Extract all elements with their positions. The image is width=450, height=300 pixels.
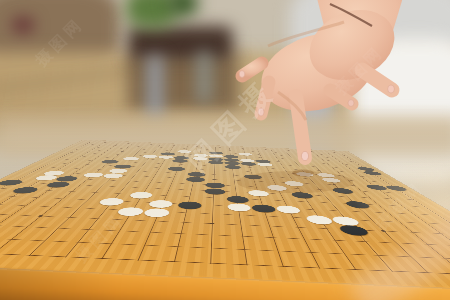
star-point (210, 223, 214, 225)
white-stone[interactable]: ● (191, 156, 208, 160)
white-stone[interactable]: ● (121, 156, 141, 160)
grid-cell (175, 247, 212, 264)
white-stone[interactable]: ● (246, 189, 270, 196)
star-point (306, 159, 309, 160)
board-assembly: ●●●●●●●●●●●●●●●●●●●●●●●●●●●●●●●●●●●●●●●●… (0, 0, 450, 300)
black-stone[interactable]: ● (203, 187, 226, 194)
white-stone[interactable]: ● (255, 162, 274, 166)
black-stone[interactable]: ● (166, 166, 186, 171)
white-stone[interactable]: ● (293, 171, 315, 176)
photo-scene: ●●●●●●●●●●●●●●●●●●●●●●●●●●●●●●●●●●●●●●●●… (0, 0, 450, 300)
white-stone[interactable]: ● (176, 150, 192, 153)
black-stone[interactable]: ● (176, 200, 203, 209)
black-stone[interactable]: ● (224, 164, 242, 169)
white-stone[interactable]: ● (226, 202, 252, 211)
black-stone[interactable]: ● (171, 158, 189, 162)
white-stone[interactable]: ● (237, 152, 253, 156)
white-stone[interactable]: ● (273, 204, 302, 213)
black-stone[interactable]: ● (184, 176, 205, 182)
grid-cell (211, 248, 247, 265)
black-stone[interactable]: ● (288, 191, 315, 199)
white-stone[interactable]: ● (141, 207, 172, 217)
white-stone[interactable]: ● (100, 172, 125, 178)
grid-cell (138, 245, 178, 262)
black-stone[interactable]: ● (207, 160, 224, 164)
black-stone[interactable]: ● (242, 174, 263, 180)
